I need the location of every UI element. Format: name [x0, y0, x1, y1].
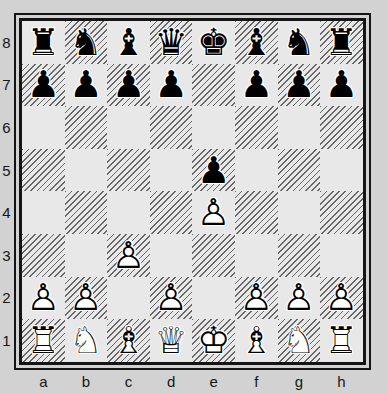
rank-label-3: 3: [0, 234, 13, 277]
white-knight-b1: ♞♘: [65, 319, 108, 362]
file-label-h: h: [320, 370, 363, 392]
square-f7: ♟: [235, 64, 278, 107]
rank-label-7: 7: [0, 64, 13, 107]
square-e5: ♟: [192, 149, 235, 192]
white-bishop-f1: ♝♗: [235, 319, 278, 362]
chess-board: ♜♞♝♛♚♝♞♜♟♟♟♟♟♟♟♟♟♙♟♙♟♙♟♙♟♙♟♙♟♙♟♙♜♖♞♘♝♗♛♕…: [14, 13, 371, 370]
square-g3: [278, 234, 321, 277]
black-bishop-f8: ♝: [235, 21, 278, 64]
square-d1: ♛♕: [150, 319, 193, 362]
square-h3: [320, 234, 363, 277]
square-d6: [150, 106, 193, 149]
square-a3: [22, 234, 65, 277]
white-queen-d1: ♛♕: [150, 319, 193, 362]
black-rook-h8: ♜: [320, 21, 363, 64]
black-pawn-e5: ♟: [192, 149, 235, 192]
square-h6: [320, 106, 363, 149]
square-c5: [107, 149, 150, 192]
square-g5: [278, 149, 321, 192]
square-d3: [150, 234, 193, 277]
white-knight-g1: ♞♘: [278, 319, 321, 362]
board-inner-border: ♜♞♝♛♚♝♞♜♟♟♟♟♟♟♟♟♟♙♟♙♟♙♟♙♟♙♟♙♟♙♟♙♜♖♞♘♝♗♛♕…: [19, 18, 366, 365]
rank-label-8: 8: [0, 21, 13, 64]
square-a6: [22, 106, 65, 149]
square-c3: ♟♙: [107, 234, 150, 277]
white-pawn-b2: ♟♙: [65, 277, 108, 320]
square-a1: ♜♖: [22, 319, 65, 362]
square-c2: [107, 277, 150, 320]
square-b2: ♟♙: [65, 277, 108, 320]
square-g6: [278, 106, 321, 149]
square-f6: [235, 106, 278, 149]
square-f3: [235, 234, 278, 277]
square-g1: ♞♘: [278, 319, 321, 362]
square-b6: [65, 106, 108, 149]
square-c6: [107, 106, 150, 149]
square-g7: ♟: [278, 64, 321, 107]
square-f1: ♝♗: [235, 319, 278, 362]
square-a8: ♜: [22, 21, 65, 64]
black-queen-d8: ♛: [150, 21, 193, 64]
black-pawn-c7: ♟: [107, 64, 150, 107]
square-c4: [107, 191, 150, 234]
file-label-a: a: [22, 370, 65, 392]
chess-diagram: 87654321 ♜♞♝♛♚♝♞♜♟♟♟♟♟♟♟♟♟♙♟♙♟♙♟♙♟♙♟♙♟♙♟…: [0, 0, 387, 394]
square-e1: ♚♔: [192, 319, 235, 362]
white-pawn-f2: ♟♙: [235, 277, 278, 320]
file-label-g: g: [278, 370, 321, 392]
black-knight-g8: ♞: [278, 21, 321, 64]
black-pawn-f7: ♟: [235, 64, 278, 107]
square-d5: [150, 149, 193, 192]
file-label-c: c: [107, 370, 150, 392]
rank-label-4: 4: [0, 191, 13, 234]
file-label-b: b: [65, 370, 108, 392]
black-pawn-g7: ♟: [278, 64, 321, 107]
square-f5: [235, 149, 278, 192]
square-a2: ♟♙: [22, 277, 65, 320]
black-king-e8: ♚: [192, 21, 235, 64]
white-rook-a1: ♜♖: [22, 319, 65, 362]
white-pawn-g2: ♟♙: [278, 277, 321, 320]
black-pawn-a7: ♟: [22, 64, 65, 107]
square-d4: [150, 191, 193, 234]
rank-label-6: 6: [0, 106, 13, 149]
white-bishop-c1: ♝♗: [107, 319, 150, 362]
white-rook-h1: ♜♖: [320, 319, 363, 362]
black-pawn-d7: ♟: [150, 64, 193, 107]
square-g2: ♟♙: [278, 277, 321, 320]
square-a5: [22, 149, 65, 192]
square-b8: ♞: [65, 21, 108, 64]
file-label-e: e: [192, 370, 235, 392]
black-knight-b8: ♞: [65, 21, 108, 64]
square-b3: [65, 234, 108, 277]
square-c1: ♝♗: [107, 319, 150, 362]
square-b7: ♟: [65, 64, 108, 107]
square-a4: [22, 191, 65, 234]
square-f2: ♟♙: [235, 277, 278, 320]
square-e8: ♚: [192, 21, 235, 64]
black-bishop-c8: ♝: [107, 21, 150, 64]
square-b4: [65, 191, 108, 234]
square-f8: ♝: [235, 21, 278, 64]
square-e6: [192, 106, 235, 149]
black-pawn-h7: ♟: [320, 64, 363, 107]
square-b5: [65, 149, 108, 192]
square-d2: ♟♙: [150, 277, 193, 320]
square-e4: ♟♙: [192, 191, 235, 234]
square-e7: [192, 64, 235, 107]
white-pawn-c3: ♟♙: [107, 234, 150, 277]
white-pawn-a2: ♟♙: [22, 277, 65, 320]
board-grid: ♜♞♝♛♚♝♞♜♟♟♟♟♟♟♟♟♟♙♟♙♟♙♟♙♟♙♟♙♟♙♟♙♜♖♞♘♝♗♛♕…: [22, 21, 363, 362]
square-h5: [320, 149, 363, 192]
square-g8: ♞: [278, 21, 321, 64]
square-h4: [320, 191, 363, 234]
rank-label-2: 2: [0, 277, 13, 320]
white-king-e1: ♚♔: [192, 319, 235, 362]
white-pawn-d2: ♟♙: [150, 277, 193, 320]
square-c8: ♝: [107, 21, 150, 64]
square-b1: ♞♘: [65, 319, 108, 362]
rank-label-5: 5: [0, 149, 13, 192]
file-label-f: f: [235, 370, 278, 392]
square-d8: ♛: [150, 21, 193, 64]
square-d7: ♟: [150, 64, 193, 107]
square-g4: [278, 191, 321, 234]
square-h8: ♜: [320, 21, 363, 64]
file-label-d: d: [150, 370, 193, 392]
square-e2: [192, 277, 235, 320]
square-h7: ♟: [320, 64, 363, 107]
black-rook-a8: ♜: [22, 21, 65, 64]
square-c7: ♟: [107, 64, 150, 107]
square-h1: ♜♖: [320, 319, 363, 362]
white-pawn-e4: ♟♙: [192, 191, 235, 234]
rank-label-1: 1: [0, 319, 13, 362]
square-f4: [235, 191, 278, 234]
square-a7: ♟: [22, 64, 65, 107]
white-pawn-h2: ♟♙: [320, 277, 363, 320]
black-pawn-b7: ♟: [65, 64, 108, 107]
square-e3: [192, 234, 235, 277]
square-h2: ♟♙: [320, 277, 363, 320]
